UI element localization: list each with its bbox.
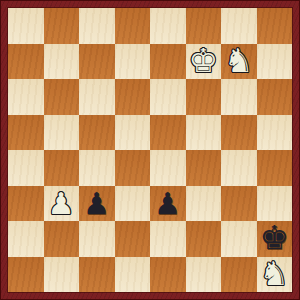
square-e3[interactable]: ♟ [150, 186, 186, 222]
square-h2[interactable]: ♚ [257, 221, 293, 257]
square-f1[interactable] [186, 257, 222, 293]
piece-black-pawn-e3[interactable]: ♟ [154, 189, 181, 219]
square-c1[interactable] [79, 257, 115, 293]
piece-black-king-h2[interactable]: ♚ [259, 221, 289, 254]
square-b1[interactable] [44, 257, 80, 293]
square-d5[interactable] [115, 115, 151, 151]
piece-white-pawn-b3[interactable]: ♟ [48, 189, 75, 219]
square-g3[interactable] [221, 186, 257, 222]
square-f3[interactable] [186, 186, 222, 222]
square-b7[interactable] [44, 44, 80, 80]
square-c2[interactable] [79, 221, 115, 257]
square-g5[interactable] [221, 115, 257, 151]
square-d3[interactable] [115, 186, 151, 222]
square-c4[interactable] [79, 150, 115, 186]
square-b3[interactable]: ♟ [44, 186, 80, 222]
square-h7[interactable] [257, 44, 293, 80]
square-f4[interactable] [186, 150, 222, 186]
square-f7[interactable]: ♚ [186, 44, 222, 80]
square-a6[interactable] [8, 79, 44, 115]
square-f6[interactable] [186, 79, 222, 115]
square-b6[interactable] [44, 79, 80, 115]
square-d8[interactable] [115, 8, 151, 44]
chess-board-frame: ♚♞♟♟♟♚♞ [0, 0, 300, 300]
square-b4[interactable] [44, 150, 80, 186]
square-d2[interactable] [115, 221, 151, 257]
square-c7[interactable] [79, 44, 115, 80]
square-d4[interactable] [115, 150, 151, 186]
square-a7[interactable] [8, 44, 44, 80]
square-f2[interactable] [186, 221, 222, 257]
square-e4[interactable] [150, 150, 186, 186]
square-g1[interactable] [221, 257, 257, 293]
square-a5[interactable] [8, 115, 44, 151]
square-e1[interactable] [150, 257, 186, 293]
square-e2[interactable] [150, 221, 186, 257]
square-c8[interactable] [79, 8, 115, 44]
square-h5[interactable] [257, 115, 293, 151]
square-f5[interactable] [186, 115, 222, 151]
square-c6[interactable] [79, 79, 115, 115]
square-c3[interactable]: ♟ [79, 186, 115, 222]
square-h6[interactable] [257, 79, 293, 115]
square-e5[interactable] [150, 115, 186, 151]
square-b8[interactable] [44, 8, 80, 44]
square-h3[interactable] [257, 186, 293, 222]
square-b5[interactable] [44, 115, 80, 151]
square-g6[interactable] [221, 79, 257, 115]
piece-white-king-f7[interactable]: ♚ [188, 44, 218, 77]
square-g7[interactable]: ♞ [221, 44, 257, 80]
square-a8[interactable] [8, 8, 44, 44]
square-e8[interactable] [150, 8, 186, 44]
square-h4[interactable] [257, 150, 293, 186]
square-h1[interactable]: ♞ [257, 257, 293, 293]
piece-white-knight-g7[interactable]: ♞ [224, 44, 254, 77]
square-a2[interactable] [8, 221, 44, 257]
square-g4[interactable] [221, 150, 257, 186]
square-h8[interactable] [257, 8, 293, 44]
square-d7[interactable] [115, 44, 151, 80]
square-a4[interactable] [8, 150, 44, 186]
square-g8[interactable] [221, 8, 257, 44]
square-a3[interactable] [8, 186, 44, 222]
chess-board: ♚♞♟♟♟♚♞ [8, 8, 292, 292]
piece-black-pawn-c3[interactable]: ♟ [83, 189, 110, 219]
square-e6[interactable] [150, 79, 186, 115]
square-d6[interactable] [115, 79, 151, 115]
square-a1[interactable] [8, 257, 44, 293]
square-e7[interactable] [150, 44, 186, 80]
square-g2[interactable] [221, 221, 257, 257]
piece-white-knight-h1[interactable]: ♞ [259, 257, 289, 290]
square-c5[interactable] [79, 115, 115, 151]
square-b2[interactable] [44, 221, 80, 257]
square-d1[interactable] [115, 257, 151, 293]
square-f8[interactable] [186, 8, 222, 44]
